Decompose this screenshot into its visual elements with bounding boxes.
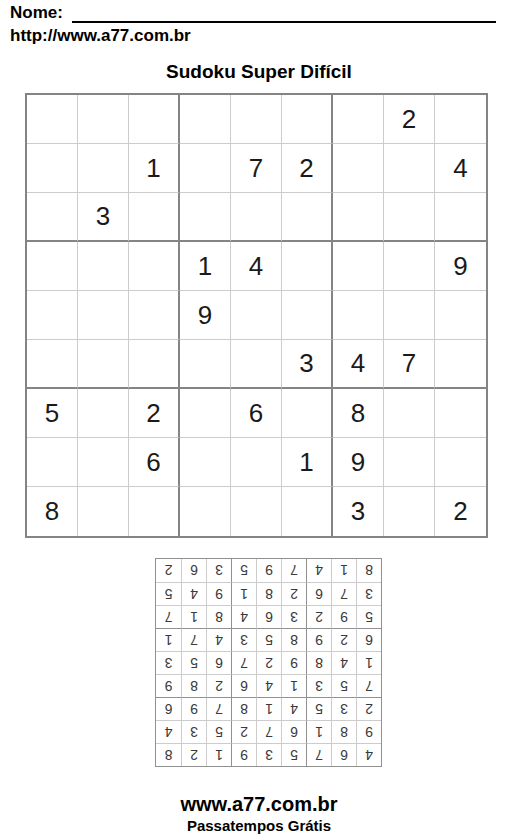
solution-cell-r9c8: 6 (181, 559, 206, 582)
puzzle-cell-r3c6 (282, 193, 333, 242)
puzzle-cell-r6c6: 3 (282, 340, 333, 389)
name-row: Nome: (10, 3, 496, 23)
puzzle-cell-r5c2 (78, 291, 129, 340)
solution-cell-r5c8: 5 (181, 651, 206, 674)
puzzle-cell-r4c2 (78, 242, 129, 291)
puzzle-cell-r2c8 (384, 144, 435, 193)
puzzle-cell-r9c9: 2 (435, 487, 486, 536)
puzzle-cell-r5c8 (384, 291, 435, 340)
solution-cell-r2c7: 5 (206, 720, 231, 743)
puzzle-cell-r5c9 (435, 291, 486, 340)
solution-cell-r1c3: 7 (306, 743, 331, 766)
solution-cell-r4c9: 9 (156, 674, 181, 697)
solution-cell-r1c2: 6 (331, 743, 356, 766)
solution-cell-r8c3: 6 (306, 582, 331, 605)
solution-cell-r7c5: 6 (256, 605, 281, 628)
solution-cell-r5c3: 8 (306, 651, 331, 674)
puzzle-cell-r1c9 (435, 95, 486, 144)
solution-cell-r2c2: 8 (331, 720, 356, 743)
puzzle-cell-r7c3: 2 (129, 389, 180, 438)
puzzle-cell-r8c4 (180, 438, 231, 487)
puzzle-cell-r8c8 (384, 438, 435, 487)
solution-cell-r3c2: 3 (331, 697, 356, 720)
solution-cell-r4c4: 1 (281, 674, 306, 697)
puzzle-cell-r2c9: 4 (435, 144, 486, 193)
solution-cell-r5c6: 7 (231, 651, 256, 674)
solution-cell-r9c9: 2 (156, 559, 181, 582)
puzzle-cell-r9c6 (282, 487, 333, 536)
puzzle-cell-r9c3 (129, 487, 180, 536)
solution-cell-r2c6: 2 (231, 720, 256, 743)
solution-cell-r8c2: 7 (331, 582, 356, 605)
solution-cell-r8c4: 2 (281, 582, 306, 605)
solution-cell-r3c5: 1 (256, 697, 281, 720)
puzzle-cell-r1c3 (129, 95, 180, 144)
puzzle-cell-r1c8: 2 (384, 95, 435, 144)
site-url: http://www.a77.com.br (10, 26, 191, 46)
footer-site: www.a77.com.br (0, 793, 518, 816)
puzzle-cell-r2c4 (180, 144, 231, 193)
solution-cell-r2c4: 6 (281, 720, 306, 743)
puzzle-cell-r6c8: 7 (384, 340, 435, 389)
solution-cell-r7c7: 8 (206, 605, 231, 628)
puzzle-cell-r2c1 (27, 144, 78, 193)
puzzle-cell-r8c1 (27, 438, 78, 487)
puzzle-cell-r7c4 (180, 389, 231, 438)
puzzle-cell-r1c7 (333, 95, 384, 144)
solution-cell-r4c1: 7 (356, 674, 381, 697)
puzzle-cell-r4c8 (384, 242, 435, 291)
solution-cell-r8c6: 1 (231, 582, 256, 605)
puzzle-cell-r8c2 (78, 438, 129, 487)
solution-cell-r1c4: 5 (281, 743, 306, 766)
puzzle-cell-r3c8 (384, 193, 435, 242)
solution-cell-r3c8: 9 (181, 697, 206, 720)
solution-cell-r4c3: 3 (306, 674, 331, 697)
solution-cell-r8c8: 4 (181, 582, 206, 605)
printable-sudoku-page: Nome: http://www.a77.com.br Sudoku Super… (0, 0, 518, 840)
puzzle-cell-r8c9 (435, 438, 486, 487)
solution-cell-r7c2: 9 (331, 605, 356, 628)
puzzle-cell-r1c5 (231, 95, 282, 144)
solution-cell-r6c6: 3 (231, 628, 256, 651)
puzzle-cell-r5c1 (27, 291, 78, 340)
solution-cell-r1c9: 8 (156, 743, 181, 766)
puzzle-cell-r9c5 (231, 487, 282, 536)
puzzle-cell-r2c7 (333, 144, 384, 193)
solution-cell-r6c1: 6 (356, 628, 381, 651)
puzzle-title: Sudoku Super Difícil (0, 61, 518, 83)
solution-cell-r9c4: 7 (281, 559, 306, 582)
puzzle-cell-r9c7: 3 (333, 487, 384, 536)
puzzle-cell-r4c5: 4 (231, 242, 282, 291)
puzzle-cell-r6c7: 4 (333, 340, 384, 389)
puzzle-cell-r2c2 (78, 144, 129, 193)
puzzle-cell-r3c9 (435, 193, 486, 242)
puzzle-cell-r3c4 (180, 193, 231, 242)
solution-cell-r2c5: 7 (256, 720, 281, 743)
puzzle-cell-r8c6: 1 (282, 438, 333, 487)
puzzle-cell-r4c9: 9 (435, 242, 486, 291)
puzzle-cell-r1c2 (78, 95, 129, 144)
solution-cell-r3c3: 5 (306, 697, 331, 720)
puzzle-cell-r5c7 (333, 291, 384, 340)
solution-cell-r4c8: 8 (181, 674, 206, 697)
solution-cell-r5c1: 1 (356, 651, 381, 674)
puzzle-cell-r5c6 (282, 291, 333, 340)
footer-tagline: Passatempos Grátis (0, 817, 518, 834)
puzzle-cell-r1c1 (27, 95, 78, 144)
puzzle-cell-r4c4: 1 (180, 242, 231, 291)
puzzle-cell-r6c3 (129, 340, 180, 389)
solution-cell-r1c6: 9 (231, 743, 256, 766)
solution-cell-r9c2: 1 (331, 559, 356, 582)
solution-cell-r2c9: 4 (156, 720, 181, 743)
solution-cell-r6c2: 2 (331, 628, 356, 651)
solution-cell-r1c8: 2 (181, 743, 206, 766)
solution-cell-r1c7: 1 (206, 743, 231, 766)
solution-cell-r4c6: 6 (231, 674, 256, 697)
puzzle-cell-r8c3: 6 (129, 438, 180, 487)
solution-cell-r6c8: 7 (181, 628, 206, 651)
solution-cell-r5c5: 2 (256, 651, 281, 674)
solution-cell-r9c7: 3 (206, 559, 231, 582)
solution-cell-r5c9: 3 (156, 651, 181, 674)
solution-cell-r5c7: 6 (206, 651, 231, 674)
puzzle-cell-r6c9 (435, 340, 486, 389)
puzzle-cell-r7c2 (78, 389, 129, 438)
puzzle-cell-r2c3: 1 (129, 144, 180, 193)
solution-cell-r4c2: 5 (331, 674, 356, 697)
solution-cell-r6c4: 8 (281, 628, 306, 651)
solution-cell-r8c1: 3 (356, 582, 381, 605)
solution-cell-r7c1: 5 (356, 605, 381, 628)
solution-cell-r3c9: 6 (156, 697, 181, 720)
solution-cell-r8c7: 9 (206, 582, 231, 605)
solution-cell-r7c3: 2 (306, 605, 331, 628)
puzzle-cell-r2c6: 2 (282, 144, 333, 193)
solution-cell-r7c8: 1 (181, 605, 206, 628)
solution-cell-r6c9: 1 (156, 628, 181, 651)
solution-cell-r3c1: 2 (356, 697, 381, 720)
puzzle-cell-r3c3 (129, 193, 180, 242)
puzzle-cell-r6c5 (231, 340, 282, 389)
puzzle-cell-r7c7: 8 (333, 389, 384, 438)
solution-cell-r8c9: 5 (156, 582, 181, 605)
sudoku-puzzle-grid: 21724314993475268619832 (25, 93, 488, 538)
solution-cell-r9c3: 4 (306, 559, 331, 582)
solution-cell-r1c5: 3 (256, 743, 281, 766)
solution-cell-r4c7: 2 (206, 674, 231, 697)
solution-cell-r6c3: 9 (306, 628, 331, 651)
solution-cell-r7c9: 7 (156, 605, 181, 628)
solution-cell-r3c4: 4 (281, 697, 306, 720)
solution-cell-r2c3: 1 (306, 720, 331, 743)
solution-cell-r1c1: 4 (356, 743, 381, 766)
solution-cell-r3c6: 8 (231, 697, 256, 720)
puzzle-cell-r9c1: 8 (27, 487, 78, 536)
puzzle-cell-r4c6 (282, 242, 333, 291)
puzzle-cell-r1c4 (180, 95, 231, 144)
puzzle-cell-r5c5 (231, 291, 282, 340)
solution-cell-r6c7: 4 (206, 628, 231, 651)
puzzle-cell-r7c6 (282, 389, 333, 438)
sudoku-solution-grid-upside-down: 4675391289816725342354187967531462891489… (155, 558, 382, 767)
solution-cell-r6c5: 5 (256, 628, 281, 651)
puzzle-cell-r7c9 (435, 389, 486, 438)
puzzle-cell-r6c1 (27, 340, 78, 389)
solution-cell-r8c5: 8 (256, 582, 281, 605)
puzzle-cell-r1c6 (282, 95, 333, 144)
puzzle-cell-r9c4 (180, 487, 231, 536)
puzzle-cell-r8c7: 9 (333, 438, 384, 487)
puzzle-cell-r7c5: 6 (231, 389, 282, 438)
name-write-line (72, 5, 496, 23)
puzzle-cell-r6c4 (180, 340, 231, 389)
solution-cell-r2c8: 3 (181, 720, 206, 743)
solution-cell-r5c2: 4 (331, 651, 356, 674)
puzzle-cell-r4c1 (27, 242, 78, 291)
solution-cell-r9c5: 9 (256, 559, 281, 582)
puzzle-cell-r7c8 (384, 389, 435, 438)
solution-cell-r7c4: 3 (281, 605, 306, 628)
puzzle-cell-r4c3 (129, 242, 180, 291)
puzzle-cell-r8c5 (231, 438, 282, 487)
solution-cell-r5c4: 9 (281, 651, 306, 674)
puzzle-cell-r9c2 (78, 487, 129, 536)
solution-cell-r4c5: 4 (256, 674, 281, 697)
puzzle-cell-r3c7 (333, 193, 384, 242)
puzzle-cell-r3c2: 3 (78, 193, 129, 242)
puzzle-cell-r9c8 (384, 487, 435, 536)
puzzle-cell-r3c1 (27, 193, 78, 242)
solution-cell-r9c1: 8 (356, 559, 381, 582)
name-label: Nome: (10, 3, 63, 23)
solution-cell-r3c7: 7 (206, 697, 231, 720)
solution-cell-r2c1: 9 (356, 720, 381, 743)
puzzle-cell-r5c3 (129, 291, 180, 340)
solution-cell-r9c6: 5 (231, 559, 256, 582)
puzzle-cell-r7c1: 5 (27, 389, 78, 438)
puzzle-cell-r2c5: 7 (231, 144, 282, 193)
puzzle-cell-r4c7 (333, 242, 384, 291)
puzzle-cell-r3c5 (231, 193, 282, 242)
puzzle-cell-r6c2 (78, 340, 129, 389)
solution-cell-r7c6: 4 (231, 605, 256, 628)
puzzle-cell-r5c4: 9 (180, 291, 231, 340)
